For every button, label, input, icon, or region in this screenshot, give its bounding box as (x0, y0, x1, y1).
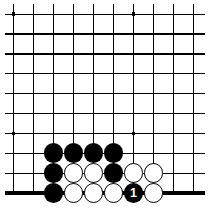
stone-black (64, 143, 84, 163)
stone-white (104, 183, 124, 203)
grid-line-horizontal (5, 93, 205, 94)
stone-black (44, 143, 64, 163)
grid-line-vertical (193, 4, 194, 195)
grid-line-horizontal (5, 53, 205, 54)
stone-white (124, 163, 144, 183)
grid-line-vertical (13, 4, 14, 195)
stone-white (64, 163, 84, 183)
stone-white (144, 163, 164, 183)
grid-line-horizontal (5, 14, 205, 15)
stone-white (64, 183, 84, 203)
star-point (132, 132, 136, 136)
grid-line-horizontal (5, 133, 205, 134)
stone-black-move-1: 1 (124, 183, 144, 203)
stone-white (84, 183, 104, 203)
stone-white (144, 183, 164, 203)
stone-black (44, 163, 64, 183)
stone-black (44, 183, 64, 203)
grid-line-horizontal (5, 113, 205, 114)
star-point (12, 132, 16, 136)
star-point (12, 12, 16, 16)
grid-line-vertical (173, 4, 174, 195)
stone-black (104, 143, 124, 163)
go-board-diagram: 1 (0, 0, 210, 210)
move-number-label: 1 (130, 187, 137, 200)
star-point (132, 12, 136, 16)
grid-line-horizontal (5, 33, 205, 34)
grid-line-vertical (33, 4, 34, 195)
grid-line-horizontal (5, 73, 205, 74)
stone-black (104, 163, 124, 183)
stone-white (84, 163, 104, 183)
stone-black (84, 143, 104, 163)
